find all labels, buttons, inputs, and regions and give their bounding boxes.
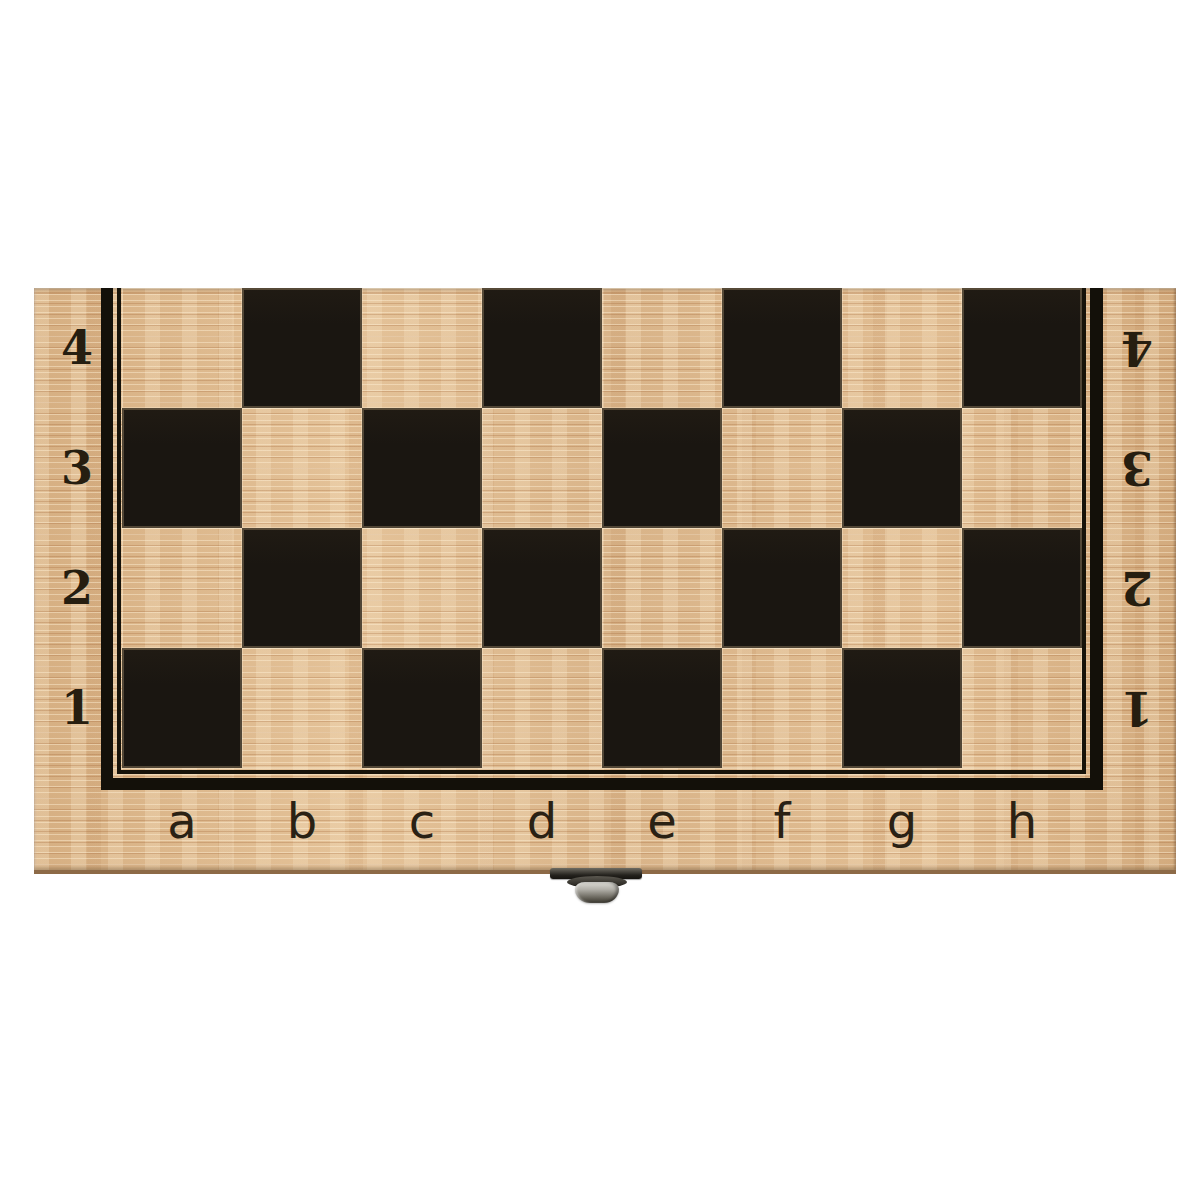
chess-box: 4321 4321 abcdefgh (34, 288, 1176, 874)
square-a3 (122, 408, 242, 528)
square-g4 (842, 288, 962, 408)
square-h1 (962, 648, 1082, 768)
rank-label-left-2: 2 (54, 528, 100, 648)
rank-label-right-1: 1 (1114, 648, 1160, 768)
rank-label-left-4: 4 (54, 288, 100, 408)
rank-label-right-3: 3 (1114, 408, 1160, 528)
square-h3 (962, 408, 1082, 528)
square-h4 (962, 288, 1082, 408)
square-f2 (722, 528, 842, 648)
clasp-knob (575, 882, 619, 903)
square-b4 (242, 288, 362, 408)
square-c1 (362, 648, 482, 768)
square-a2 (122, 528, 242, 648)
file-label-b: b (242, 790, 362, 852)
clasp-latch (550, 867, 642, 905)
square-a1 (122, 648, 242, 768)
file-label-a: a (122, 790, 242, 852)
square-b2 (242, 528, 362, 648)
file-label-g: g (842, 790, 962, 852)
square-e2 (602, 528, 722, 648)
square-d2 (482, 528, 602, 648)
square-g3 (842, 408, 962, 528)
square-h2 (962, 528, 1082, 648)
rank-label-left-3: 3 (54, 408, 100, 528)
square-b1 (242, 648, 362, 768)
square-f3 (722, 408, 842, 528)
rank-label-right-4: 4 (1114, 288, 1160, 408)
file-label-e: e (602, 790, 722, 852)
product-photo-canvas: 4321 4321 abcdefgh (0, 0, 1200, 1200)
square-c3 (362, 408, 482, 528)
square-a4 (122, 288, 242, 408)
square-c4 (362, 288, 482, 408)
rank-label-right-2: 2 (1114, 528, 1160, 648)
square-e1 (602, 648, 722, 768)
square-g1 (842, 648, 962, 768)
board-grid (122, 288, 1082, 768)
square-f4 (722, 288, 842, 408)
rank-label-left-1: 1 (54, 648, 100, 768)
square-c2 (362, 528, 482, 648)
file-label-d: d (482, 790, 602, 852)
square-f1 (722, 648, 842, 768)
square-e4 (602, 288, 722, 408)
file-label-f: f (722, 790, 842, 852)
rank-labels-right: 4321 (1114, 288, 1160, 768)
file-label-c: c (362, 790, 482, 852)
square-g2 (842, 528, 962, 648)
file-label-h: h (962, 790, 1082, 852)
square-b3 (242, 408, 362, 528)
square-e3 (602, 408, 722, 528)
square-d3 (482, 408, 602, 528)
square-d1 (482, 648, 602, 768)
file-labels: abcdefgh (122, 790, 1082, 856)
rank-labels-left: 4321 (54, 288, 100, 768)
square-d4 (482, 288, 602, 408)
